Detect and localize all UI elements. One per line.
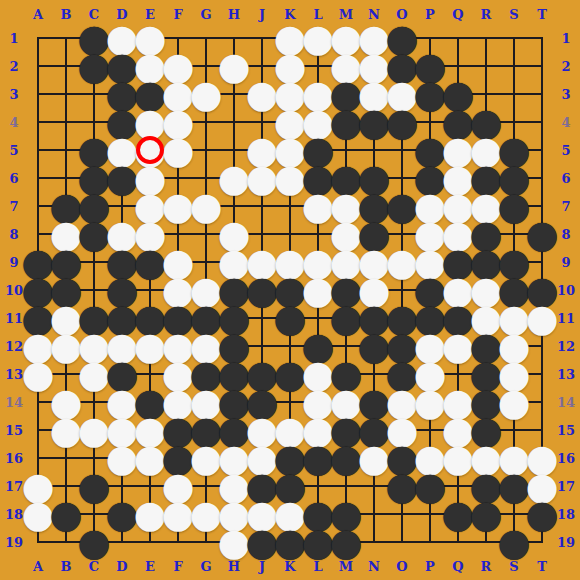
col-label-bottom-P: P [416, 552, 444, 580]
col-label-top-N: N [360, 0, 388, 28]
col-label-bottom-J: J [248, 552, 276, 580]
row-label-right-14: 14 [552, 388, 580, 416]
col-label-bottom-N: N [360, 552, 388, 580]
col-label-bottom-H: H [220, 552, 248, 580]
row-label-left-12: 12 [0, 332, 28, 360]
col-label-top-M: M [332, 0, 360, 28]
row-label-left-16: 16 [0, 444, 28, 472]
row-label-left-17: 17 [0, 472, 28, 500]
row-label-left-19: 19 [0, 528, 28, 556]
col-label-top-F: F [164, 0, 192, 28]
col-label-bottom-E: E [136, 552, 164, 580]
row-label-left-4: 4 [0, 108, 28, 136]
row-label-right-8: 8 [552, 220, 580, 248]
row-label-right-9: 9 [552, 248, 580, 276]
row-label-right-10: 10 [552, 276, 580, 304]
col-label-bottom-S: S [500, 552, 528, 580]
col-label-top-D: D [108, 0, 136, 28]
col-label-top-P: P [416, 0, 444, 28]
row-label-right-17: 17 [552, 472, 580, 500]
col-label-top-Q: Q [444, 0, 472, 28]
row-label-right-5: 5 [552, 136, 580, 164]
row-label-left-2: 2 [0, 52, 28, 80]
row-label-right-3: 3 [552, 80, 580, 108]
go-board[interactable]: ABCDEFGHJKLMNOPQRST ABCDEFGHJKLMNOPQRST … [0, 0, 580, 580]
col-label-bottom-G: G [192, 552, 220, 580]
col-label-top-B: B [52, 0, 80, 28]
row-label-right-19: 19 [552, 528, 580, 556]
row-label-right-2: 2 [552, 52, 580, 80]
col-label-top-K: K [276, 0, 304, 28]
row-label-right-6: 6 [552, 164, 580, 192]
row-label-left-9: 9 [0, 248, 28, 276]
row-label-left-6: 6 [0, 164, 28, 192]
col-label-top-E: E [136, 0, 164, 28]
row-label-left-13: 13 [0, 360, 28, 388]
row-label-left-14: 14 [0, 388, 28, 416]
col-label-bottom-D: D [108, 552, 136, 580]
col-label-top-O: O [388, 0, 416, 28]
col-label-bottom-C: C [80, 552, 108, 580]
col-label-bottom-F: F [164, 552, 192, 580]
row-label-right-1: 1 [552, 24, 580, 52]
row-label-left-18: 18 [0, 500, 28, 528]
row-label-left-1: 1 [0, 24, 28, 52]
col-label-bottom-B: B [52, 552, 80, 580]
col-label-bottom-T: T [528, 552, 556, 580]
col-label-bottom-M: M [332, 552, 360, 580]
row-label-right-7: 7 [552, 192, 580, 220]
row-label-left-7: 7 [0, 192, 28, 220]
row-label-left-5: 5 [0, 136, 28, 164]
row-label-left-8: 8 [0, 220, 28, 248]
row-label-right-11: 11 [552, 304, 580, 332]
col-label-bottom-R: R [472, 552, 500, 580]
col-label-bottom-A: A [24, 552, 52, 580]
col-label-top-R: R [472, 0, 500, 28]
col-label-top-H: H [220, 0, 248, 28]
row-label-left-15: 15 [0, 416, 28, 444]
col-label-bottom-K: K [276, 552, 304, 580]
col-label-top-A: A [24, 0, 52, 28]
col-label-top-J: J [248, 0, 276, 28]
col-label-bottom-L: L [304, 552, 332, 580]
row-label-right-16: 16 [552, 444, 580, 472]
row-label-right-12: 12 [552, 332, 580, 360]
col-label-top-S: S [500, 0, 528, 28]
col-label-top-L: L [304, 0, 332, 28]
row-label-right-13: 13 [552, 360, 580, 388]
row-label-right-18: 18 [552, 500, 580, 528]
row-label-left-10: 10 [0, 276, 28, 304]
row-label-right-15: 15 [552, 416, 580, 444]
row-label-left-11: 11 [0, 304, 28, 332]
col-label-top-C: C [80, 0, 108, 28]
row-label-right-4: 4 [552, 108, 580, 136]
row-label-left-3: 3 [0, 80, 28, 108]
grid-lines [37, 37, 543, 543]
col-label-bottom-O: O [388, 552, 416, 580]
col-label-top-G: G [192, 0, 220, 28]
col-label-bottom-Q: Q [444, 552, 472, 580]
